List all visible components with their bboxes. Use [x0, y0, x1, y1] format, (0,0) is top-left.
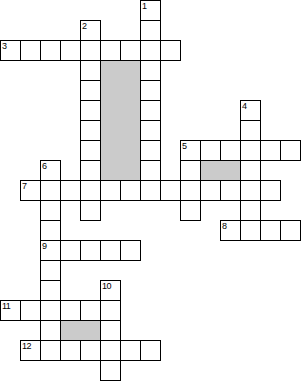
crossword-cell[interactable]	[80, 60, 101, 81]
crossword-cell[interactable]	[220, 140, 241, 161]
crossword-cell[interactable]	[180, 160, 201, 181]
crossword-cell[interactable]	[40, 320, 61, 341]
crossword-cell[interactable]	[220, 180, 241, 201]
crossword-cell[interactable]	[20, 40, 41, 61]
crossword-cell[interactable]	[40, 200, 61, 221]
clue-number: 4	[242, 101, 247, 111]
crossword-cell[interactable]	[200, 140, 221, 161]
crossword-cell[interactable]	[280, 220, 301, 241]
crossword-cell[interactable]	[120, 180, 141, 201]
crossword-cell[interactable]	[60, 240, 81, 261]
clue-number: 6	[42, 161, 47, 171]
crossword-cell[interactable]	[140, 140, 161, 161]
crossword-cell[interactable]	[120, 40, 141, 61]
blocked-region	[60, 320, 101, 341]
crossword-cell[interactable]	[160, 40, 181, 61]
crossword-cell[interactable]	[80, 100, 101, 121]
crossword-cell[interactable]	[240, 140, 261, 161]
crossword-cell[interactable]	[240, 180, 261, 201]
clue-number: 8	[222, 221, 227, 231]
crossword-cell[interactable]	[60, 40, 81, 61]
crossword-grid: 123456789101112	[0, 0, 301, 381]
crossword-cell[interactable]	[80, 120, 101, 141]
crossword-cell[interactable]	[80, 180, 101, 201]
crossword-cell[interactable]: 12	[20, 340, 41, 361]
crossword-cell[interactable]	[200, 180, 221, 201]
crossword-cell[interactable]	[120, 240, 141, 261]
crossword-cell[interactable]	[40, 180, 61, 201]
crossword-cell[interactable]	[100, 240, 121, 261]
crossword-cell[interactable]	[140, 40, 161, 61]
crossword-cell[interactable]: 5	[180, 140, 201, 161]
crossword-cell[interactable]	[160, 180, 181, 201]
crossword-cell[interactable]: 8	[220, 220, 241, 241]
crossword-cell[interactable]	[280, 140, 301, 161]
blocked-region	[200, 160, 241, 181]
crossword-cell[interactable]	[80, 200, 101, 221]
crossword-cell[interactable]	[100, 340, 121, 361]
crossword-cell[interactable]	[40, 340, 61, 361]
crossword-cell[interactable]	[180, 200, 201, 221]
crossword-cell[interactable]: 9	[40, 240, 61, 261]
crossword-cell[interactable]	[40, 280, 61, 301]
crossword-cell[interactable]: 6	[40, 160, 61, 181]
crossword-cell[interactable]	[180, 180, 201, 201]
crossword-cell[interactable]	[80, 240, 101, 261]
crossword-cell[interactable]	[100, 180, 121, 201]
crossword-cell[interactable]	[140, 80, 161, 101]
crossword-cell[interactable]: 3	[0, 40, 21, 61]
crossword-cell[interactable]	[140, 60, 161, 81]
crossword-cell[interactable]: 11	[0, 300, 21, 321]
crossword-cell[interactable]	[140, 160, 161, 181]
crossword-cell[interactable]	[260, 220, 281, 241]
clue-number: 9	[42, 241, 47, 251]
clue-number: 10	[102, 281, 111, 291]
blocked-region	[100, 60, 141, 181]
clue-number: 11	[2, 301, 10, 311]
crossword-cell[interactable]	[40, 40, 61, 61]
crossword-cell[interactable]	[260, 180, 281, 201]
crossword-cell[interactable]	[60, 340, 81, 361]
crossword-cell[interactable]	[80, 160, 101, 181]
crossword-cell[interactable]	[140, 180, 161, 201]
crossword-cell[interactable]	[80, 300, 101, 321]
crossword-cell[interactable]	[40, 220, 61, 241]
crossword-cell[interactable]	[80, 80, 101, 101]
crossword-cell[interactable]	[140, 120, 161, 141]
crossword-cell[interactable]	[100, 300, 121, 321]
crossword-cell[interactable]	[240, 220, 261, 241]
clue-number: 3	[2, 41, 7, 51]
crossword-cell[interactable]: 1	[140, 0, 161, 21]
crossword-cell[interactable]	[60, 180, 81, 201]
crossword-cell[interactable]: 10	[100, 280, 121, 301]
crossword-cell[interactable]: 7	[20, 180, 41, 201]
clue-number: 12	[22, 341, 31, 351]
crossword-cell[interactable]	[240, 200, 261, 221]
clue-number: 7	[22, 181, 27, 191]
crossword-cell[interactable]	[260, 140, 281, 161]
crossword-cell[interactable]	[140, 340, 161, 361]
crossword-cell[interactable]: 4	[240, 100, 261, 121]
crossword-cell[interactable]	[80, 140, 101, 161]
crossword-cell[interactable]	[100, 40, 121, 61]
crossword-cell[interactable]	[40, 260, 61, 281]
crossword-cell[interactable]	[240, 120, 261, 141]
crossword-cell[interactable]	[120, 340, 141, 361]
crossword-cell[interactable]	[100, 360, 121, 381]
crossword-cell[interactable]	[40, 300, 61, 321]
crossword-cell[interactable]	[140, 100, 161, 121]
clue-number: 1	[142, 1, 147, 11]
crossword-cell[interactable]	[20, 300, 41, 321]
crossword-cell[interactable]	[80, 40, 101, 61]
crossword-cell[interactable]	[240, 160, 261, 181]
crossword-cell[interactable]	[60, 300, 81, 321]
crossword-cell[interactable]	[100, 320, 121, 341]
crossword-cell[interactable]: 2	[80, 20, 101, 41]
crossword-cell[interactable]	[140, 20, 161, 41]
crossword-cell[interactable]	[80, 340, 101, 361]
clue-number: 2	[82, 21, 87, 31]
clue-number: 5	[182, 141, 187, 151]
